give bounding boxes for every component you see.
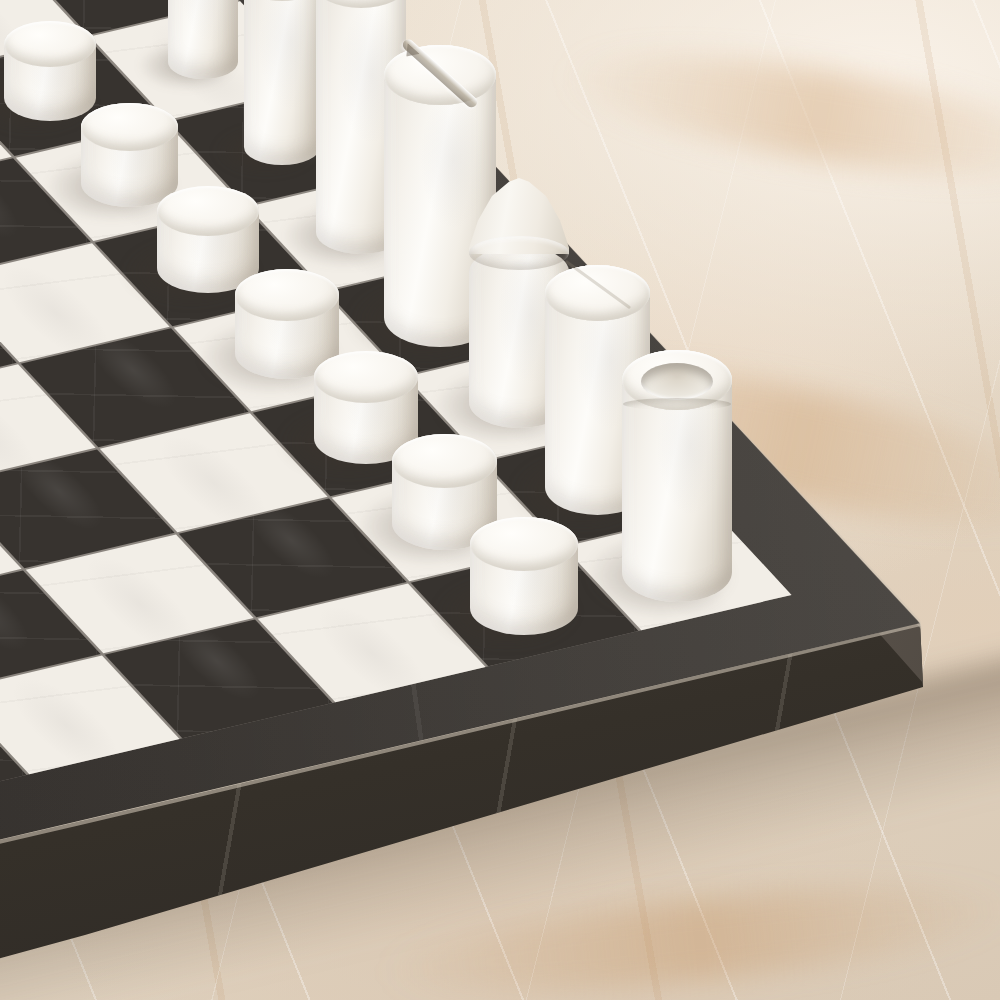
piece-white-rook-h1 bbox=[622, 350, 732, 602]
piece-white-pawn-h2 bbox=[470, 517, 578, 635]
king-top bbox=[384, 45, 496, 105]
piece-top-face bbox=[470, 517, 578, 571]
rook-ring-icon bbox=[641, 363, 714, 400]
piece-top-face bbox=[235, 269, 339, 321]
piece-top-face bbox=[392, 434, 497, 488]
piece-top-face bbox=[314, 351, 418, 403]
knight-seam bbox=[565, 260, 631, 309]
piece-white-bishop-c1 bbox=[244, 0, 320, 165]
knight-top bbox=[545, 265, 650, 321]
scene bbox=[0, 0, 1000, 1000]
piece-body bbox=[244, 0, 320, 165]
piece-top-face bbox=[157, 186, 259, 236]
piece-white-knight-b1 bbox=[168, 0, 238, 79]
pieces-layer bbox=[0, 0, 1000, 1000]
piece-top-face bbox=[81, 103, 178, 151]
rook-collar-seam bbox=[623, 398, 731, 410]
piece-body bbox=[168, 0, 238, 79]
piece-top-face bbox=[4, 21, 96, 67]
